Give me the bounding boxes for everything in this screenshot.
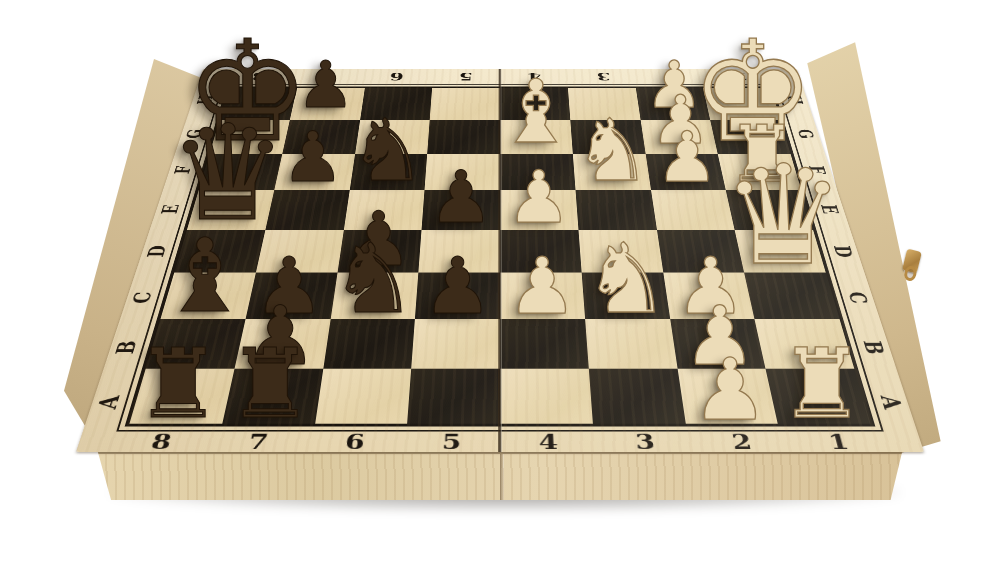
piece-black-bishop-c8[interactable]: ♝ <box>159 225 250 327</box>
square-a5[interactable] <box>407 369 500 424</box>
piece-black-knight-f6[interactable]: ♞ <box>349 108 426 194</box>
box-front-edge <box>88 452 912 500</box>
piece-black-pawn-e5[interactable]: ♟ <box>429 161 494 233</box>
piece-white-knight-c3[interactable]: ♞ <box>583 230 669 326</box>
piece-black-rook-a7[interactable]: ♜ <box>227 338 313 434</box>
rank-label-4: 4 <box>500 432 598 452</box>
piece-white-pawn-f2[interactable]: ♟ <box>656 123 718 192</box>
square-g5[interactable] <box>427 120 500 154</box>
piece-white-knight-f3[interactable]: ♞ <box>574 108 651 194</box>
square-a6[interactable] <box>315 369 412 424</box>
rank-label-5: 5 <box>431 69 500 84</box>
piece-white-bishop-g4[interactable]: ♝ <box>497 69 575 156</box>
piece-black-knight-c6[interactable]: ♞ <box>330 230 416 326</box>
piece-white-pawn-c4[interactable]: ♟ <box>507 247 577 325</box>
piece-white-pawn-a2[interactable]: ♟ <box>692 347 768 432</box>
rank-label-6: 6 <box>361 69 432 84</box>
piece-black-pawn-f7[interactable]: ♟ <box>282 123 344 192</box>
box-front-seam <box>500 454 504 500</box>
rank-label-3: 3 <box>568 69 639 84</box>
product-photo-scene: 87654321 87654321 HGFEDCBA HGFEDCBA ♟♟♚♚… <box>0 0 1000 586</box>
rank-label-6: 6 <box>305 432 404 452</box>
square-h5[interactable] <box>430 88 500 120</box>
rank-label-5: 5 <box>403 432 501 452</box>
square-a4[interactable] <box>500 369 593 424</box>
piece-white-rook-a1[interactable]: ♜ <box>779 338 865 434</box>
square-a3[interactable] <box>589 369 686 424</box>
piece-white-pawn-e4[interactable]: ♟ <box>507 161 572 233</box>
rank-label-3: 3 <box>596 432 695 452</box>
piece-black-rook-a8[interactable]: ♜ <box>135 338 221 434</box>
piece-black-pawn-c5[interactable]: ♟ <box>423 247 493 325</box>
